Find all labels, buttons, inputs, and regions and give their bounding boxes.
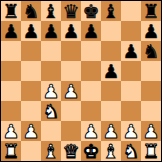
square-a2[interactable]: ♟ [1, 121, 21, 141]
square-f7[interactable] [101, 21, 121, 41]
square-h5[interactable] [141, 61, 161, 81]
white-pawn[interactable]: ♟ [122, 121, 139, 141]
square-c6[interactable] [41, 41, 61, 61]
square-d1[interactable]: ♛ [61, 141, 81, 161]
white-pawn[interactable]: ♟ [2, 121, 19, 141]
square-b4[interactable] [21, 81, 41, 101]
square-e1[interactable]: ♚ [81, 141, 101, 161]
square-d6[interactable] [61, 41, 81, 61]
square-h8[interactable]: ♜ [141, 1, 161, 21]
square-a4[interactable] [1, 81, 21, 101]
square-f6[interactable] [101, 41, 121, 61]
square-f2[interactable]: ♟ [101, 121, 121, 141]
white-knight[interactable]: ♞ [122, 141, 139, 161]
square-a6[interactable] [1, 41, 21, 61]
square-d8[interactable]: ♛ [61, 1, 81, 21]
square-b8[interactable]: ♞ [21, 1, 41, 21]
square-g1[interactable]: ♞ [121, 141, 141, 161]
white-rook[interactable]: ♜ [2, 141, 19, 161]
black-knight[interactable]: ♞ [142, 41, 159, 61]
square-a3[interactable] [1, 101, 21, 121]
white-pawn[interactable]: ♟ [102, 121, 119, 141]
square-d7[interactable]: ♟ [61, 21, 81, 41]
square-h1[interactable]: ♜ [141, 141, 161, 161]
black-pawn[interactable]: ♟ [122, 41, 139, 61]
square-b2[interactable]: ♟ [21, 121, 41, 141]
square-c5[interactable] [41, 61, 61, 81]
black-pawn[interactable]: ♟ [2, 21, 19, 41]
white-bishop[interactable]: ♝ [42, 141, 59, 161]
black-bishop[interactable]: ♝ [102, 1, 119, 21]
white-pawn[interactable]: ♟ [22, 121, 39, 141]
square-c1[interactable]: ♝ [41, 141, 61, 161]
black-queen[interactable]: ♛ [62, 1, 79, 21]
square-g4[interactable] [121, 81, 141, 101]
white-king[interactable]: ♚ [82, 141, 99, 161]
square-d5[interactable] [61, 61, 81, 81]
chess-board: ♜♞♝♛♚♝♜♟♟♟♟♟♟♟♞♟♟♟♞♟♟♟♟♟♟♜♝♛♚♝♞♜ [0, 0, 162, 162]
square-a5[interactable] [1, 61, 21, 81]
white-bishop[interactable]: ♝ [102, 141, 119, 161]
square-f3[interactable] [101, 101, 121, 121]
square-a1[interactable]: ♜ [1, 141, 21, 161]
square-g7[interactable] [121, 21, 141, 41]
square-a7[interactable]: ♟ [1, 21, 21, 41]
square-h7[interactable]: ♟ [141, 21, 161, 41]
square-c7[interactable]: ♟ [41, 21, 61, 41]
square-g5[interactable] [121, 61, 141, 81]
square-b6[interactable] [21, 41, 41, 61]
square-b3[interactable] [21, 101, 41, 121]
square-e2[interactable]: ♟ [81, 121, 101, 141]
square-d4[interactable]: ♟ [61, 81, 81, 101]
square-e5[interactable] [81, 61, 101, 81]
square-e8[interactable]: ♚ [81, 1, 101, 21]
black-king[interactable]: ♚ [82, 1, 99, 21]
square-f5[interactable]: ♟ [101, 61, 121, 81]
square-g8[interactable] [121, 1, 141, 21]
white-pawn[interactable]: ♟ [82, 121, 99, 141]
black-pawn[interactable]: ♟ [82, 21, 99, 41]
square-c2[interactable] [41, 121, 61, 141]
white-pawn[interactable]: ♟ [42, 81, 59, 101]
square-h6[interactable]: ♞ [141, 41, 161, 61]
black-pawn[interactable]: ♟ [142, 21, 159, 41]
black-pawn[interactable]: ♟ [42, 21, 59, 41]
square-c4[interactable]: ♟ [41, 81, 61, 101]
square-e4[interactable] [81, 81, 101, 101]
black-pawn[interactable]: ♟ [62, 21, 79, 41]
black-rook[interactable]: ♜ [2, 1, 19, 21]
black-pawn[interactable]: ♟ [102, 61, 119, 81]
square-g6[interactable]: ♟ [121, 41, 141, 61]
square-h4[interactable] [141, 81, 161, 101]
square-f8[interactable]: ♝ [101, 1, 121, 21]
square-d2[interactable] [61, 121, 81, 141]
white-queen[interactable]: ♛ [62, 141, 79, 161]
square-g3[interactable] [121, 101, 141, 121]
square-b7[interactable]: ♟ [21, 21, 41, 41]
black-knight[interactable]: ♞ [22, 1, 39, 21]
black-bishop[interactable]: ♝ [42, 1, 59, 21]
square-c8[interactable]: ♝ [41, 1, 61, 21]
square-h2[interactable]: ♟ [141, 121, 161, 141]
square-b1[interactable] [21, 141, 41, 161]
square-a8[interactable]: ♜ [1, 1, 21, 21]
black-rook[interactable]: ♜ [142, 1, 159, 21]
square-g2[interactable]: ♟ [121, 121, 141, 141]
white-rook[interactable]: ♜ [142, 141, 159, 161]
square-b5[interactable] [21, 61, 41, 81]
white-pawn[interactable]: ♟ [62, 81, 79, 101]
square-d3[interactable] [61, 101, 81, 121]
square-e6[interactable] [81, 41, 101, 61]
square-e3[interactable] [81, 101, 101, 121]
square-e7[interactable]: ♟ [81, 21, 101, 41]
square-h3[interactable] [141, 101, 161, 121]
white-knight[interactable]: ♞ [42, 101, 59, 121]
square-f1[interactable]: ♝ [101, 141, 121, 161]
white-pawn[interactable]: ♟ [142, 121, 159, 141]
square-c3[interactable]: ♞ [41, 101, 61, 121]
black-pawn[interactable]: ♟ [22, 21, 39, 41]
square-f4[interactable] [101, 81, 121, 101]
